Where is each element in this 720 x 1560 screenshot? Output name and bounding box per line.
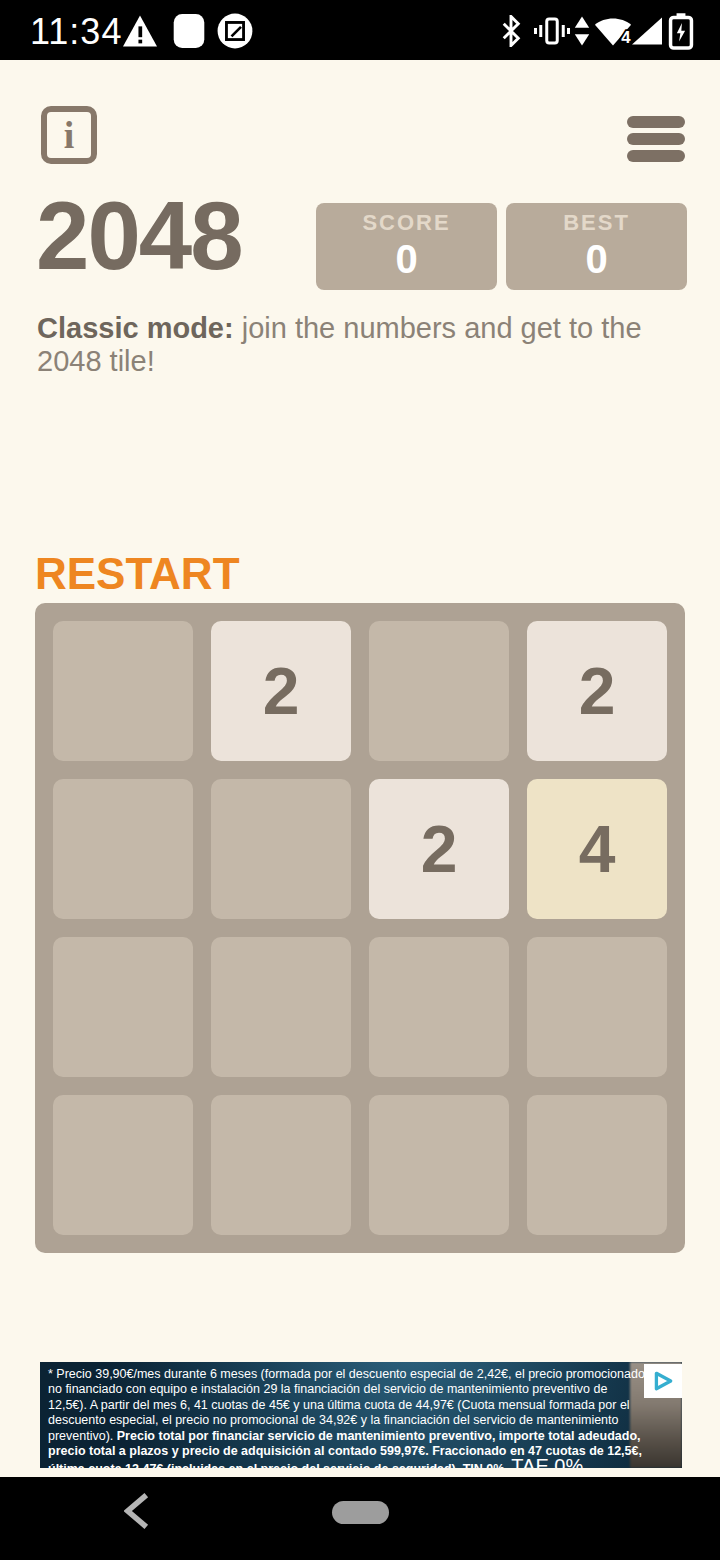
tile-2: 2 xyxy=(369,779,509,919)
restart-button[interactable]: RESTART xyxy=(35,549,240,599)
ad-text: * Precio 39,90€/mes durante 6 meses (for… xyxy=(48,1367,648,1468)
mode-subtitle: Classic mode: join the numbers and get t… xyxy=(37,312,697,378)
empty-cell xyxy=(527,937,667,1077)
ad-tae-highlight: TAE 0% xyxy=(511,1455,583,1468)
home-pill-button[interactable] xyxy=(332,1501,389,1524)
empty-cell xyxy=(53,1095,193,1235)
game-title: 2048 xyxy=(36,188,242,284)
score-box: SCORE 0 xyxy=(316,203,497,290)
empty-cell xyxy=(369,1095,509,1235)
adchoices-icon[interactable] xyxy=(644,1364,682,1398)
navigation-bar xyxy=(0,1477,720,1560)
tile-2: 2 xyxy=(527,621,667,761)
empty-cell xyxy=(369,937,509,1077)
empty-cell xyxy=(527,1095,667,1235)
bluetooth-icon xyxy=(498,14,524,48)
status-bar: 11:34 xyxy=(0,0,720,60)
updown-arrows-icon xyxy=(574,14,590,48)
game-board[interactable]: 2224 xyxy=(35,603,685,1253)
empty-cell xyxy=(53,937,193,1077)
ad-banner[interactable]: * Precio 39,90€/mes durante 6 meses (for… xyxy=(40,1362,682,1468)
best-label: BEST xyxy=(563,211,630,235)
hamburger-icon xyxy=(627,116,685,128)
menu-button[interactable] xyxy=(627,116,685,162)
info-button[interactable]: i xyxy=(41,106,97,164)
wifi4-icon: 4 xyxy=(592,14,634,48)
clock: 11:34 xyxy=(30,11,122,53)
empty-cell xyxy=(211,779,351,919)
screenshot-edit-icon xyxy=(216,14,254,48)
best-value: 0 xyxy=(585,236,607,282)
warning-icon xyxy=(120,14,160,48)
empty-cell xyxy=(211,1095,351,1235)
tile-2: 2 xyxy=(211,621,351,761)
screen: 11:34 xyxy=(0,0,720,1560)
signal-icon xyxy=(630,14,664,48)
app-square-icon xyxy=(172,14,206,48)
empty-cell xyxy=(369,621,509,761)
score-value: 0 xyxy=(395,236,417,282)
empty-cell xyxy=(53,779,193,919)
battery-icon xyxy=(668,14,694,48)
best-box: BEST 0 xyxy=(506,203,687,290)
empty-cell xyxy=(53,621,193,761)
score-label: SCORE xyxy=(362,211,450,235)
info-icon: i xyxy=(64,116,75,154)
tile-4: 4 xyxy=(527,779,667,919)
empty-cell xyxy=(211,937,351,1077)
back-button[interactable] xyxy=(124,1492,150,1528)
vibrate-icon xyxy=(532,14,572,48)
